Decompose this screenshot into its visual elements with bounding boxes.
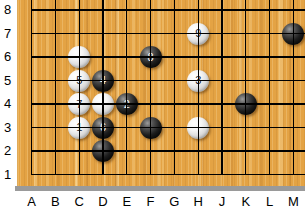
grid-line-horizontal-1 — [31, 174, 305, 175]
col-label-E: E — [117, 195, 137, 209]
row-label-4: 4 — [0, 96, 15, 112]
grid-line-vertical-C — [79, 0, 80, 175]
col-label-H: H — [188, 195, 208, 209]
grid-line-horizontal-3 — [31, 127, 305, 128]
grid-line-vertical-E — [126, 0, 127, 175]
grid-line-vertical-H — [198, 0, 199, 175]
row-label-6: 6 — [0, 49, 15, 65]
col-label-B: B — [45, 195, 65, 209]
grid-line-horizontal-7 — [31, 33, 305, 34]
grid-line-horizontal-5 — [31, 80, 305, 81]
grid-line-vertical-F — [150, 0, 151, 175]
grid-line-vertical-M — [293, 0, 294, 175]
grid-line-vertical-G — [174, 0, 175, 175]
row-label-7: 7 — [0, 26, 15, 42]
col-label-M: M — [283, 195, 303, 209]
grid-line-vertical-J — [221, 0, 222, 175]
col-label-A: A — [22, 195, 42, 209]
col-label-C: C — [69, 195, 89, 209]
grid-line-vertical-B — [55, 0, 56, 175]
row-label-3: 3 — [0, 120, 15, 136]
go-board[interactable] — [17, 0, 305, 186]
col-label-G: G — [164, 195, 184, 209]
grid-line-vertical-A — [31, 0, 32, 175]
col-label-D: D — [93, 195, 113, 209]
row-label-1: 1 — [0, 167, 15, 183]
grid-line-horizontal-6 — [31, 56, 305, 57]
row-label-5: 5 — [0, 73, 15, 89]
grid-line-vertical-K — [245, 0, 246, 175]
col-label-L: L — [260, 195, 280, 209]
row-label-2: 2 — [0, 143, 15, 159]
col-label-F: F — [141, 195, 161, 209]
go-board-diagram: 87654321 ABCDEFGHJKLM 548972316 — [0, 0, 305, 212]
grid-line-horizontal-8 — [31, 9, 305, 10]
col-label-K: K — [236, 195, 256, 209]
grid-line-horizontal-2 — [31, 150, 305, 151]
grid-line-horizontal-4 — [31, 103, 305, 104]
board-shadow-strip — [15, 186, 305, 191]
col-label-J: J — [212, 195, 232, 209]
grid-line-vertical-L — [269, 0, 270, 175]
row-label-8: 8 — [0, 2, 15, 18]
grid-line-vertical-D — [102, 0, 103, 175]
